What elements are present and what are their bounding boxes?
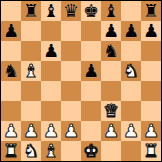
white-knight[interactable]: ♞ (23, 141, 39, 161)
square-e3[interactable] (81, 101, 101, 121)
white-pawn[interactable]: ♟ (143, 121, 159, 141)
square-e7[interactable] (81, 21, 101, 41)
black-pawn[interactable]: ♟ (83, 61, 99, 81)
black-pawn[interactable]: ♟ (143, 21, 159, 41)
square-d1[interactable] (61, 141, 81, 161)
square-e4[interactable] (81, 81, 101, 101)
square-f6[interactable]: ♞ (101, 41, 121, 61)
square-a4[interactable] (1, 81, 21, 101)
square-e1[interactable]: ♚ (81, 141, 101, 161)
black-pawn[interactable]: ♟ (103, 21, 119, 41)
square-e5[interactable]: ♟ (81, 61, 101, 81)
white-pawn[interactable]: ♟ (63, 121, 79, 141)
square-a8[interactable] (1, 1, 21, 21)
square-b2[interactable]: ♟ (21, 121, 41, 141)
square-f2[interactable]: ♟ (101, 121, 121, 141)
black-queen[interactable]: ♛ (63, 1, 79, 21)
black-bishop[interactable]: ♝ (43, 1, 59, 21)
black-knight[interactable]: ♞ (3, 61, 19, 81)
white-rook[interactable]: ♜ (143, 141, 159, 161)
square-e8[interactable]: ♚ (81, 1, 101, 21)
square-c5[interactable] (41, 61, 61, 81)
white-pawn[interactable]: ♟ (103, 121, 119, 141)
black-pawn[interactable]: ♟ (3, 21, 19, 41)
square-c2[interactable]: ♟ (41, 121, 61, 141)
square-b5[interactable]: ♝ (21, 61, 41, 81)
square-c4[interactable] (41, 81, 61, 101)
white-bishop[interactable]: ♝ (23, 61, 39, 81)
square-f3[interactable]: ♛ (101, 101, 121, 121)
square-h7[interactable]: ♟ (141, 21, 161, 41)
square-f8[interactable]: ♝ (101, 1, 121, 21)
square-c6[interactable]: ♟ (41, 41, 61, 61)
square-h8[interactable]: ♜ (141, 1, 161, 21)
black-rook[interactable]: ♜ (23, 1, 39, 21)
square-c7[interactable] (41, 21, 61, 41)
square-g5[interactable]: ♞ (121, 61, 141, 81)
square-b4[interactable] (21, 81, 41, 101)
black-pawn[interactable]: ♟ (123, 21, 139, 41)
square-b1[interactable]: ♞ (21, 141, 41, 161)
square-a1[interactable]: ♜ (1, 141, 21, 161)
square-d7[interactable] (61, 21, 81, 41)
square-b7[interactable] (21, 21, 41, 41)
square-d5[interactable] (61, 61, 81, 81)
chess-board: ♜♝♛♚♝♜♟♟♟♟♟♞♞♝♟♞♛♟♟♟♟♟♟♟♜♞♝♚♜ (0, 0, 162, 162)
square-e2[interactable] (81, 121, 101, 141)
white-pawn[interactable]: ♟ (3, 121, 19, 141)
white-king[interactable]: ♚ (83, 141, 99, 161)
black-bishop[interactable]: ♝ (103, 1, 119, 21)
square-g4[interactable] (121, 81, 141, 101)
square-f5[interactable] (101, 61, 121, 81)
square-c3[interactable] (41, 101, 61, 121)
black-pawn[interactable]: ♟ (43, 41, 59, 61)
square-d8[interactable]: ♛ (61, 1, 81, 21)
square-c8[interactable]: ♝ (41, 1, 61, 21)
white-pawn[interactable]: ♟ (123, 121, 139, 141)
square-a7[interactable]: ♟ (1, 21, 21, 41)
square-b3[interactable] (21, 101, 41, 121)
white-queen[interactable]: ♛ (103, 101, 119, 121)
square-d4[interactable] (61, 81, 81, 101)
square-g6[interactable] (121, 41, 141, 61)
square-b8[interactable]: ♜ (21, 1, 41, 21)
square-a3[interactable] (1, 101, 21, 121)
white-pawn[interactable]: ♟ (43, 121, 59, 141)
square-d3[interactable] (61, 101, 81, 121)
square-b6[interactable] (21, 41, 41, 61)
square-g3[interactable] (121, 101, 141, 121)
black-knight[interactable]: ♞ (103, 41, 119, 61)
square-f4[interactable] (101, 81, 121, 101)
square-g2[interactable]: ♟ (121, 121, 141, 141)
square-h6[interactable] (141, 41, 161, 61)
white-pawn[interactable]: ♟ (23, 121, 39, 141)
square-g7[interactable]: ♟ (121, 21, 141, 41)
square-d2[interactable]: ♟ (61, 121, 81, 141)
square-g1[interactable] (121, 141, 141, 161)
white-knight[interactable]: ♞ (123, 61, 139, 81)
square-d6[interactable] (61, 41, 81, 61)
square-h5[interactable] (141, 61, 161, 81)
black-rook[interactable]: ♜ (143, 1, 159, 21)
square-g8[interactable] (121, 1, 141, 21)
square-h2[interactable]: ♟ (141, 121, 161, 141)
square-h1[interactable]: ♜ (141, 141, 161, 161)
square-c1[interactable]: ♝ (41, 141, 61, 161)
white-rook[interactable]: ♜ (3, 141, 19, 161)
square-a2[interactable]: ♟ (1, 121, 21, 141)
square-f7[interactable]: ♟ (101, 21, 121, 41)
square-a6[interactable] (1, 41, 21, 61)
white-bishop[interactable]: ♝ (43, 141, 59, 161)
black-king[interactable]: ♚ (83, 1, 99, 21)
square-e6[interactable] (81, 41, 101, 61)
square-h4[interactable] (141, 81, 161, 101)
square-f1[interactable] (101, 141, 121, 161)
square-a5[interactable]: ♞ (1, 61, 21, 81)
square-h3[interactable] (141, 101, 161, 121)
